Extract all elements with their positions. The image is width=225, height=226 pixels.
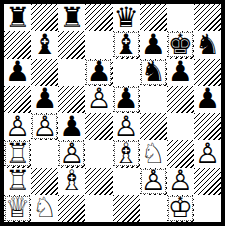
piece-white-pawn-f2: ♙ — [141, 169, 166, 194]
square-g3[interactable] — [167, 140, 194, 167]
square-a4[interactable]: ♙ — [4, 113, 31, 140]
piece-black-king-g7: ♚ — [168, 32, 193, 57]
square-f7[interactable]: ♟ — [140, 31, 167, 58]
square-e3[interactable]: ♗ — [113, 140, 140, 167]
piece-black-pawn-e5: ♟ — [114, 87, 139, 112]
piece-white-king-g1: ♔ — [168, 196, 193, 221]
piece-white-rook-a3: ♖ — [5, 141, 30, 166]
square-b6[interactable] — [31, 59, 58, 86]
piece-black-rook-c8: ♜ — [58, 4, 85, 31]
square-c4[interactable]: ♟ — [58, 113, 85, 140]
square-b8[interactable] — [31, 4, 58, 31]
piece-black-pawn-f7: ♟ — [140, 31, 167, 58]
piece-black-pawn-d6: ♟ — [86, 60, 111, 85]
piece-black-pawn-g6: ♟ — [167, 59, 194, 86]
square-d3[interactable] — [85, 140, 112, 167]
square-a6[interactable]: ♟ — [4, 59, 31, 86]
square-b3[interactable] — [31, 140, 58, 167]
square-f2[interactable]: ♙ — [140, 168, 167, 195]
square-c3[interactable]: ♙ — [58, 140, 85, 167]
piece-white-pawn-c3: ♙ — [59, 141, 84, 166]
square-d7[interactable] — [85, 31, 112, 58]
square-e4[interactable]: ♙ — [113, 113, 140, 140]
square-d5[interactable]: ♙ — [85, 86, 112, 113]
square-d6[interactable]: ♟ — [85, 59, 112, 86]
piece-black-pawn-b5: ♟ — [31, 86, 58, 113]
square-d1[interactable] — [85, 195, 112, 222]
square-g7[interactable]: ♚ — [167, 31, 194, 58]
square-g2[interactable]: ♙ — [167, 168, 194, 195]
chess-board: ♜♜♛♝♝♟♚♞♟♟♞♟♟♙♟♟♙♙♟♙♖♙♗♘♙♖♗♙♙♕♘♔ — [4, 4, 221, 222]
square-h1[interactable] — [194, 195, 221, 222]
square-e8[interactable]: ♛ — [113, 4, 140, 31]
piece-black-knight-h7: ♞ — [194, 31, 221, 58]
piece-white-bishop-e3: ♗ — [114, 141, 139, 166]
piece-white-knight-b1: ♘ — [31, 195, 58, 222]
piece-white-pawn-b4: ♙ — [32, 114, 57, 139]
square-h2[interactable] — [194, 168, 221, 195]
piece-white-knight-f3: ♘ — [140, 140, 167, 167]
square-b4[interactable]: ♙ — [31, 113, 58, 140]
piece-black-knight-f6: ♞ — [141, 60, 166, 85]
piece-white-queen-a1: ♕ — [5, 196, 30, 221]
square-e6[interactable] — [113, 59, 140, 86]
piece-white-pawn-e4: ♙ — [113, 113, 140, 140]
square-f8[interactable] — [140, 4, 167, 31]
piece-black-pawn-h5: ♟ — [194, 86, 221, 113]
square-f5[interactable] — [140, 86, 167, 113]
square-a7[interactable] — [4, 31, 31, 58]
square-c2[interactable]: ♗ — [58, 168, 85, 195]
square-a8[interactable]: ♜ — [4, 4, 31, 31]
piece-white-pawn-h3: ♙ — [194, 140, 221, 167]
square-h8[interactable] — [194, 4, 221, 31]
square-h5[interactable]: ♟ — [194, 86, 221, 113]
square-f6[interactable]: ♞ — [140, 59, 167, 86]
piece-white-pawn-d5: ♙ — [85, 86, 112, 113]
piece-white-pawn-a4: ♙ — [4, 113, 31, 140]
square-h7[interactable]: ♞ — [194, 31, 221, 58]
square-b1[interactable]: ♘ — [31, 195, 58, 222]
piece-white-pawn-g2: ♙ — [167, 168, 194, 195]
square-c6[interactable] — [58, 59, 85, 86]
square-c7[interactable] — [58, 31, 85, 58]
square-g8[interactable] — [167, 4, 194, 31]
square-d2[interactable] — [85, 168, 112, 195]
square-g6[interactable]: ♟ — [167, 59, 194, 86]
square-d8[interactable] — [85, 4, 112, 31]
square-f1[interactable] — [140, 195, 167, 222]
square-c5[interactable] — [58, 86, 85, 113]
square-b5[interactable]: ♟ — [31, 86, 58, 113]
square-c8[interactable]: ♜ — [58, 4, 85, 31]
square-h3[interactable]: ♙ — [194, 140, 221, 167]
chess-board-frame: ♜♜♛♝♝♟♚♞♟♟♞♟♟♙♟♟♙♙♟♙♖♙♗♘♙♖♗♙♙♕♘♔ — [0, 0, 225, 226]
square-b2[interactable] — [31, 168, 58, 195]
square-d4[interactable] — [85, 113, 112, 140]
square-c1[interactable] — [58, 195, 85, 222]
square-e1[interactable] — [113, 195, 140, 222]
piece-white-rook-a2: ♖ — [4, 168, 31, 195]
square-g5[interactable] — [167, 86, 194, 113]
square-g4[interactable] — [167, 113, 194, 140]
square-g1[interactable]: ♔ — [167, 195, 194, 222]
piece-black-pawn-c4: ♟ — [58, 113, 85, 140]
square-e2[interactable] — [113, 168, 140, 195]
piece-black-bishop-b7: ♝ — [31, 31, 58, 58]
square-a3[interactable]: ♖ — [4, 140, 31, 167]
square-h4[interactable] — [194, 113, 221, 140]
square-h6[interactable] — [194, 59, 221, 86]
piece-black-rook-a8: ♜ — [4, 4, 31, 31]
square-b7[interactable]: ♝ — [31, 31, 58, 58]
piece-black-pawn-a6: ♟ — [4, 59, 31, 86]
square-e7[interactable]: ♝ — [113, 31, 140, 58]
piece-black-bishop-e7: ♝ — [114, 32, 139, 57]
square-a5[interactable] — [4, 86, 31, 113]
piece-black-queen-e8: ♛ — [113, 4, 140, 31]
square-f4[interactable] — [140, 113, 167, 140]
square-f3[interactable]: ♘ — [140, 140, 167, 167]
square-a1[interactable]: ♕ — [4, 195, 31, 222]
square-e5[interactable]: ♟ — [113, 86, 140, 113]
piece-white-bishop-c2: ♗ — [58, 168, 85, 195]
square-a2[interactable]: ♖ — [4, 168, 31, 195]
